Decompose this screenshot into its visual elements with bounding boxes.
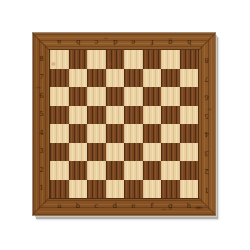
square-a7[interactable] xyxy=(50,69,69,88)
square-g6[interactable] xyxy=(161,87,180,106)
square-c1[interactable] xyxy=(87,180,106,199)
square-d6[interactable] xyxy=(106,87,125,106)
square-h1[interactable] xyxy=(180,180,199,199)
page-background: abcdefgh abcdefgh 87654321 87654321 xyxy=(0,0,250,250)
square-h2[interactable] xyxy=(180,161,199,180)
chess-board: abcdefgh abcdefgh 87654321 87654321 xyxy=(33,33,215,215)
square-g5[interactable] xyxy=(161,106,180,125)
square-b2[interactable] xyxy=(69,161,88,180)
square-a2[interactable] xyxy=(50,161,69,180)
square-g4[interactable] xyxy=(161,124,180,143)
square-e3[interactable] xyxy=(124,143,143,162)
square-b3[interactable] xyxy=(69,143,88,162)
square-b8[interactable] xyxy=(69,50,88,69)
square-a3[interactable] xyxy=(50,143,69,162)
square-e1[interactable] xyxy=(124,180,143,199)
square-f8[interactable] xyxy=(143,50,162,69)
square-f3[interactable] xyxy=(143,143,162,162)
square-f7[interactable] xyxy=(143,69,162,88)
square-h6[interactable] xyxy=(180,87,199,106)
square-h3[interactable] xyxy=(180,143,199,162)
square-a1[interactable] xyxy=(50,180,69,199)
square-d4[interactable] xyxy=(106,124,125,143)
square-e6[interactable] xyxy=(124,87,143,106)
square-g8[interactable] xyxy=(161,50,180,69)
square-h4[interactable] xyxy=(180,124,199,143)
square-d8[interactable] xyxy=(106,50,125,69)
square-a6[interactable] xyxy=(50,87,69,106)
square-b7[interactable] xyxy=(69,69,88,88)
square-c7[interactable] xyxy=(87,69,106,88)
square-a5[interactable] xyxy=(50,106,69,125)
square-d3[interactable] xyxy=(106,143,125,162)
square-c4[interactable] xyxy=(87,124,106,143)
square-c6[interactable] xyxy=(87,87,106,106)
square-g1[interactable] xyxy=(161,180,180,199)
square-c3[interactable] xyxy=(87,143,106,162)
square-c2[interactable] xyxy=(87,161,106,180)
square-b4[interactable] xyxy=(69,124,88,143)
square-f4[interactable] xyxy=(143,124,162,143)
square-f1[interactable] xyxy=(143,180,162,199)
square-a8[interactable] xyxy=(50,50,69,69)
square-d1[interactable] xyxy=(106,180,125,199)
square-c5[interactable] xyxy=(87,106,106,125)
square-g7[interactable] xyxy=(161,69,180,88)
square-e8[interactable] xyxy=(124,50,143,69)
square-d5[interactable] xyxy=(106,106,125,125)
square-c8[interactable] xyxy=(87,50,106,69)
square-f5[interactable] xyxy=(143,106,162,125)
square-h7[interactable] xyxy=(180,69,199,88)
square-e7[interactable] xyxy=(124,69,143,88)
board-grid xyxy=(50,50,198,198)
square-b5[interactable] xyxy=(69,106,88,125)
square-h5[interactable] xyxy=(180,106,199,125)
square-b1[interactable] xyxy=(69,180,88,199)
square-b6[interactable] xyxy=(69,87,88,106)
square-a4[interactable] xyxy=(50,124,69,143)
square-h8[interactable] xyxy=(180,50,199,69)
square-e2[interactable] xyxy=(124,161,143,180)
square-e4[interactable] xyxy=(124,124,143,143)
square-d2[interactable] xyxy=(106,161,125,180)
square-f6[interactable] xyxy=(143,87,162,106)
square-g3[interactable] xyxy=(161,143,180,162)
square-f2[interactable] xyxy=(143,161,162,180)
square-g2[interactable] xyxy=(161,161,180,180)
square-d7[interactable] xyxy=(106,69,125,88)
square-e5[interactable] xyxy=(124,106,143,125)
